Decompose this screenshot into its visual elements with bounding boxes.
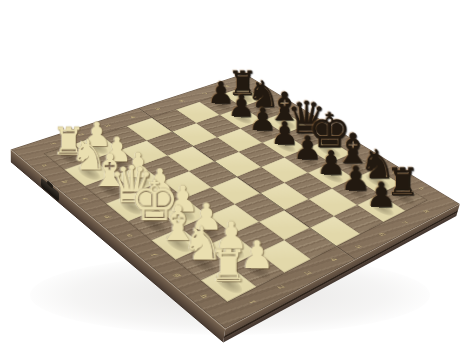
rook-glyph: ♜ [209, 245, 249, 287]
coord-rank-6-afile: 6 [177, 99, 185, 103]
coord-file-h-near: h [198, 293, 209, 299]
coord-file-d-near: d [102, 214, 112, 219]
coord-file-c-near: c [80, 196, 89, 201]
coord-file-g-near: g [172, 272, 182, 278]
coord-rank-6-hfile: 6 [377, 232, 386, 237]
scene-tilt: ♜♞♝♛♚♝♞♜♟♟♟♟♟♟♟♟♟♟♟♟♟♟♟♟♜♞♝♛♚♝♞♜ aabbccd… [0, 0, 460, 350]
chess-board: ♜♞♝♛♚♝♞♜♟♟♟♟♟♟♟♟♟♟♟♟♟♟♟♟♜♞♝♛♚♝♞♜ aabbccd… [11, 74, 460, 329]
coord-file-a-near: a [40, 163, 49, 167]
coord-rank-4-afile: 4 [128, 115, 136, 119]
product-photo-chess-set: ♜♞♝♛♚♝♞♜♟♟♟♟♟♟♟♟♟♟♟♟♟♟♟♟♜♞♝♛♚♝♞♜ aabbccd… [0, 0, 460, 350]
coord-file-e-near: e [124, 232, 134, 237]
coord-file-b-near: b [59, 179, 69, 184]
coord-file-f-near: f [148, 252, 157, 257]
coord-rank-1-hfile: 1 [246, 299, 256, 305]
pawn-glyph: ♟ [366, 178, 397, 211]
coord-rank-7-hfile: 7 [400, 220, 409, 225]
coord-rank-5-afile: 5 [153, 107, 161, 111]
coord-rank-5-hfile: 5 [353, 244, 362, 249]
coord-rank-4-hfile: 4 [328, 257, 338, 263]
square-h1: ♜ [201, 266, 257, 301]
coord-rank-3-hfile: 3 [302, 270, 312, 276]
board-squares: ♜♞♝♛♚♝♞♜♟♟♟♟♟♟♟♟♟♟♟♟♟♟♟♟♜♞♝♛♚♝♞♜ [45, 87, 427, 302]
coord-rank-8-hfile: 8 [421, 209, 430, 214]
board-face: ♜♞♝♛♚♝♞♜♟♟♟♟♟♟♟♟♟♟♟♟♟♟♟♟♜♞♝♛♚♝♞♜ aabbccd… [11, 74, 460, 329]
square-h7: ♟ [357, 194, 405, 222]
coord-rank-2-hfile: 2 [275, 284, 285, 290]
